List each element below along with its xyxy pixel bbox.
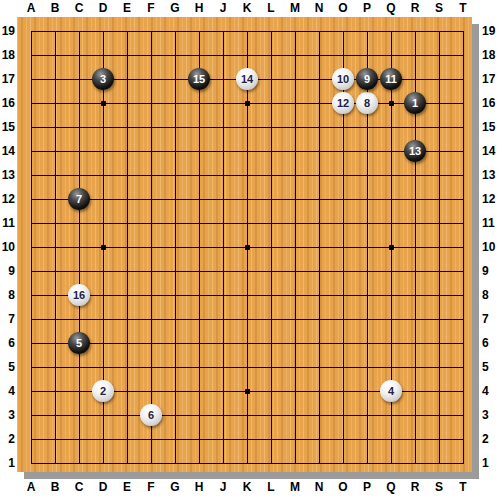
col-label-bottom-L: L xyxy=(259,479,283,496)
row-label-right-18: 18 xyxy=(482,43,500,67)
stone-white-6-F3[interactable]: 6 xyxy=(140,404,162,426)
col-label-bottom-N: N xyxy=(307,479,331,496)
column-labels-bottom: ABCDEFGHJKLMNOPQRST xyxy=(19,479,475,496)
row-label-left-10: 10 xyxy=(0,235,15,259)
stone-black-13-R14[interactable]: 13 xyxy=(404,140,426,162)
col-label-top-B: B xyxy=(43,0,67,17)
col-label-top-D: D xyxy=(91,0,115,17)
row-label-left-1: 1 xyxy=(0,451,15,475)
stone-black-9-P17[interactable]: 9 xyxy=(356,68,378,90)
row-label-right-1: 1 xyxy=(482,451,500,475)
col-label-top-J: J xyxy=(211,0,235,17)
stone-white-10-O17[interactable]: 10 xyxy=(332,68,354,90)
row-label-right-14: 14 xyxy=(482,139,500,163)
col-label-bottom-P: P xyxy=(355,479,379,496)
col-label-top-T: T xyxy=(451,0,475,17)
row-label-right-9: 9 xyxy=(482,259,500,283)
col-label-top-E: E xyxy=(115,0,139,17)
row-label-left-3: 3 xyxy=(0,403,15,427)
row-labels-right: 19181716151413121110987654321 xyxy=(482,19,500,475)
col-label-top-S: S xyxy=(427,0,451,17)
stone-move-number: 3 xyxy=(100,74,106,85)
col-label-bottom-E: E xyxy=(115,479,139,496)
stone-move-number: 5 xyxy=(76,338,82,349)
row-label-left-2: 2 xyxy=(0,427,15,451)
stone-move-number: 13 xyxy=(409,146,421,157)
col-label-bottom-K: K xyxy=(235,479,259,496)
row-label-left-19: 19 xyxy=(0,19,15,43)
stone-move-number: 1 xyxy=(412,98,418,109)
row-label-left-18: 18 xyxy=(0,43,15,67)
col-label-bottom-J: J xyxy=(211,479,235,496)
col-label-bottom-R: R xyxy=(403,479,427,496)
col-label-bottom-O: O xyxy=(331,479,355,496)
stone-move-number: 15 xyxy=(193,74,205,85)
col-label-bottom-M: M xyxy=(283,479,307,496)
col-label-bottom-D: D xyxy=(91,479,115,496)
stone-move-number: 7 xyxy=(76,194,82,205)
stone-move-number: 2 xyxy=(100,386,106,397)
col-label-top-H: H xyxy=(187,0,211,17)
row-label-left-17: 17 xyxy=(0,67,15,91)
col-label-bottom-S: S xyxy=(427,479,451,496)
stone-move-number: 12 xyxy=(337,98,349,109)
row-label-right-13: 13 xyxy=(482,163,500,187)
row-label-right-11: 11 xyxy=(482,211,500,235)
col-label-top-P: P xyxy=(355,0,379,17)
stone-move-number: 10 xyxy=(337,74,349,85)
col-label-top-L: L xyxy=(259,0,283,17)
stone-move-number: 4 xyxy=(388,386,394,397)
hoshi-point-D16 xyxy=(101,101,106,106)
row-label-left-11: 11 xyxy=(0,211,15,235)
row-label-right-10: 10 xyxy=(482,235,500,259)
row-label-left-4: 4 xyxy=(0,379,15,403)
stone-white-8-P16[interactable]: 8 xyxy=(356,92,378,114)
row-label-right-17: 17 xyxy=(482,67,500,91)
stone-move-number: 9 xyxy=(364,74,370,85)
col-label-bottom-T: T xyxy=(451,479,475,496)
row-label-left-6: 6 xyxy=(0,331,15,355)
stone-white-16-C8[interactable]: 16 xyxy=(68,284,90,306)
col-label-bottom-Q: Q xyxy=(379,479,403,496)
col-label-top-M: M xyxy=(283,0,307,17)
stone-move-number: 8 xyxy=(364,98,370,109)
stone-black-1-R16[interactable]: 1 xyxy=(404,92,426,114)
col-label-top-A: A xyxy=(19,0,43,17)
stone-move-number: 11 xyxy=(385,74,397,85)
stone-move-number: 14 xyxy=(241,74,253,85)
row-label-right-12: 12 xyxy=(482,187,500,211)
stone-white-14-K17[interactable]: 14 xyxy=(236,68,258,90)
stone-black-11-Q17[interactable]: 11 xyxy=(380,68,402,90)
col-label-bottom-G: G xyxy=(163,479,187,496)
hoshi-point-K16 xyxy=(245,101,250,106)
stone-white-4-Q4[interactable]: 4 xyxy=(380,380,402,402)
row-label-left-5: 5 xyxy=(0,355,15,379)
row-label-right-5: 5 xyxy=(482,355,500,379)
hoshi-point-K10 xyxy=(245,245,250,250)
col-label-top-Q: Q xyxy=(379,0,403,17)
hoshi-point-Q16 xyxy=(389,101,394,106)
row-labels-left: 19181716151413121110987654321 xyxy=(0,19,15,475)
row-label-right-7: 7 xyxy=(482,307,500,331)
hoshi-point-Q10 xyxy=(389,245,394,250)
col-label-top-K: K xyxy=(235,0,259,17)
row-label-right-19: 19 xyxy=(482,19,500,43)
col-label-bottom-B: B xyxy=(43,479,67,496)
col-label-top-C: C xyxy=(67,0,91,17)
stone-move-number: 6 xyxy=(148,410,154,421)
row-label-left-16: 16 xyxy=(0,91,15,115)
row-label-right-15: 15 xyxy=(482,115,500,139)
stone-black-5-C6[interactable]: 5 xyxy=(68,332,90,354)
stone-black-7-C12[interactable]: 7 xyxy=(68,188,90,210)
row-label-right-3: 3 xyxy=(482,403,500,427)
col-label-bottom-A: A xyxy=(19,479,43,496)
col-label-top-G: G xyxy=(163,0,187,17)
hoshi-point-K4 xyxy=(245,389,250,394)
row-label-right-16: 16 xyxy=(482,91,500,115)
hoshi-point-D10 xyxy=(101,245,106,250)
col-label-top-R: R xyxy=(403,0,427,17)
row-label-left-15: 15 xyxy=(0,115,15,139)
stone-black-15-H17[interactable]: 15 xyxy=(188,68,210,90)
row-label-left-12: 12 xyxy=(0,187,15,211)
row-label-left-14: 14 xyxy=(0,139,15,163)
col-label-top-O: O xyxy=(331,0,355,17)
row-label-left-13: 13 xyxy=(0,163,15,187)
stone-white-2-D4[interactable]: 2 xyxy=(92,380,114,402)
column-labels-top: ABCDEFGHJKLMNOPQRST xyxy=(19,0,475,17)
row-label-right-2: 2 xyxy=(482,427,500,451)
col-label-bottom-F: F xyxy=(139,479,163,496)
col-label-bottom-H: H xyxy=(187,479,211,496)
row-label-left-8: 8 xyxy=(0,283,15,307)
stone-black-3-D17[interactable]: 3 xyxy=(92,68,114,90)
row-label-right-6: 6 xyxy=(482,331,500,355)
stone-white-12-O16[interactable]: 12 xyxy=(332,92,354,114)
board-cells: 12345678910111213141516 xyxy=(19,19,475,475)
go-board[interactable]: 12345678910111213141516 xyxy=(17,17,472,472)
col-label-top-N: N xyxy=(307,0,331,17)
row-label-right-8: 8 xyxy=(482,283,500,307)
board-grid-lines: 12345678910111213141516 xyxy=(31,31,464,464)
row-label-left-9: 9 xyxy=(0,259,15,283)
stone-move-number: 16 xyxy=(73,290,85,301)
col-label-top-F: F xyxy=(139,0,163,17)
go-diagram-page: ABCDEFGHJKLMNOPQRST ABCDEFGHJKLMNOPQRST … xyxy=(0,0,500,500)
row-label-right-4: 4 xyxy=(482,379,500,403)
row-label-left-7: 7 xyxy=(0,307,15,331)
col-label-bottom-C: C xyxy=(67,479,91,496)
